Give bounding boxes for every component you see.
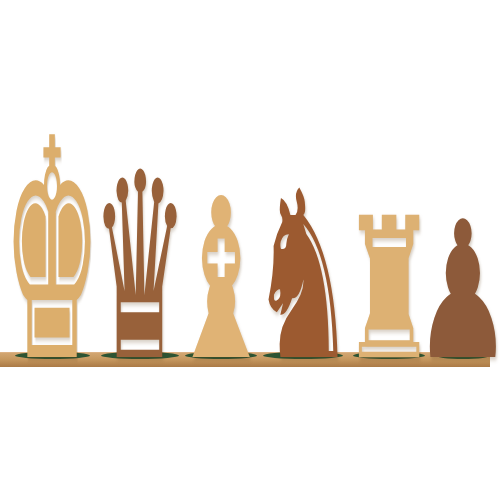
chess-pieces-photo: ♚ ♛ ♝ ♞ ♜ ♟ [0,0,500,500]
piece-king: ♚ [3,99,101,404]
piece-pawn: ♟ [414,197,500,387]
